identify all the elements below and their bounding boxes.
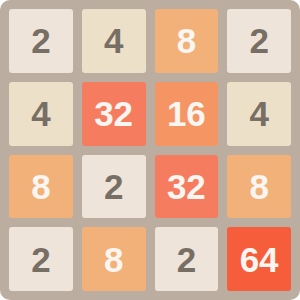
tile-64: 64: [227, 227, 291, 291]
board-grid[interactable]: 24824321648232828264: [0, 0, 300, 300]
tile-4: 4: [227, 82, 291, 146]
tile-2: 2: [227, 9, 291, 73]
2048-app: 24824321648232828264: [0, 0, 300, 300]
tile-2: 2: [82, 155, 146, 219]
tile-4: 4: [82, 9, 146, 73]
tile-32: 32: [82, 82, 146, 146]
tile-8: 8: [82, 227, 146, 291]
tile-4: 4: [9, 82, 73, 146]
tile-16: 16: [155, 82, 219, 146]
tile-8: 8: [227, 155, 291, 219]
tile-2: 2: [9, 227, 73, 291]
tile-2: 2: [155, 227, 219, 291]
tile-8: 8: [155, 9, 219, 73]
tile-2: 2: [9, 9, 73, 73]
tile-8: 8: [9, 155, 73, 219]
tile-32: 32: [155, 155, 219, 219]
